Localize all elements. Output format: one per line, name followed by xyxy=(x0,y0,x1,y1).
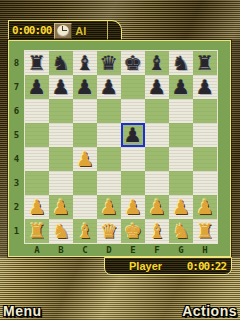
white-pawn: ♟ xyxy=(28,196,46,218)
square-b8[interactable]: ♞ xyxy=(49,51,73,75)
square-g4[interactable] xyxy=(169,147,193,171)
player-name: Player xyxy=(129,260,162,272)
square-b7[interactable]: ♟ xyxy=(49,75,73,99)
square-g5[interactable] xyxy=(169,123,193,147)
square-h8[interactable]: ♜ xyxy=(193,51,217,75)
black-pawn: ♟ xyxy=(196,76,214,98)
background-shade-left xyxy=(0,40,8,257)
black-queen: ♛ xyxy=(100,52,118,74)
white-knight: ♞ xyxy=(172,220,190,242)
rank-labels: 87654321 xyxy=(9,51,24,243)
board-frame: ♜♞♝♛♚♝♞♜♟♟♟♟♟♟♟♟♟♟♟♟♟♟♟♟♜♞♝♛♚♝♞♜ xyxy=(24,50,218,244)
chess-app-screen: 0:00:00 AI 87654321 ♜♞♝♛♚♝♞♜♟♟♟♟♟♟♟♟♟♟♟♟… xyxy=(0,0,240,320)
file-label-h: H xyxy=(193,244,217,256)
rank-label-6: 6 xyxy=(9,99,24,123)
white-king: ♚ xyxy=(124,220,142,242)
black-king: ♚ xyxy=(124,52,142,74)
square-g2[interactable]: ♟ xyxy=(169,195,193,219)
square-d1[interactable]: ♛ xyxy=(97,219,121,243)
rank-label-7: 7 xyxy=(9,75,24,99)
square-f7[interactable]: ♟ xyxy=(145,75,169,99)
white-bishop: ♝ xyxy=(76,220,94,242)
square-c1[interactable]: ♝ xyxy=(73,219,97,243)
square-a8[interactable]: ♜ xyxy=(25,51,49,75)
square-c4[interactable]: ♟ xyxy=(73,147,97,171)
square-f3[interactable] xyxy=(145,171,169,195)
square-e6[interactable] xyxy=(121,99,145,123)
white-bishop: ♝ xyxy=(148,220,166,242)
square-a4[interactable] xyxy=(25,147,49,171)
square-a5[interactable] xyxy=(25,123,49,147)
square-h3[interactable] xyxy=(193,171,217,195)
square-f4[interactable] xyxy=(145,147,169,171)
white-rook: ♜ xyxy=(196,220,214,242)
chess-board-panel: 87654321 ♜♞♝♛♚♝♞♜♟♟♟♟♟♟♟♟♟♟♟♟♟♟♟♟♜♞♝♛♚♝♞… xyxy=(8,40,231,257)
square-a1[interactable]: ♜ xyxy=(25,219,49,243)
file-label-a: A xyxy=(25,244,49,256)
square-h6[interactable] xyxy=(193,99,217,123)
white-pawn: ♟ xyxy=(52,196,70,218)
opponent-clock-tab: 0:00:00 AI xyxy=(8,20,122,40)
black-rook: ♜ xyxy=(28,52,46,74)
white-pawn: ♟ xyxy=(172,196,190,218)
opponent-name: AI xyxy=(75,25,86,37)
square-b3[interactable] xyxy=(49,171,73,195)
black-knight: ♞ xyxy=(172,52,190,74)
rank-label-5: 5 xyxy=(9,123,24,147)
rank-label-1: 1 xyxy=(9,219,24,243)
file-label-d: D xyxy=(97,244,121,256)
square-b6[interactable] xyxy=(49,99,73,123)
square-d7[interactable]: ♟ xyxy=(97,75,121,99)
white-pawn: ♟ xyxy=(100,196,118,218)
menu-softkey[interactable]: Menu xyxy=(3,303,42,319)
tab-divider xyxy=(107,21,108,40)
clock-face-icon xyxy=(57,25,69,37)
square-h5[interactable] xyxy=(193,123,217,147)
square-b5[interactable] xyxy=(49,123,73,147)
square-c2[interactable] xyxy=(73,195,97,219)
square-h1[interactable]: ♜ xyxy=(193,219,217,243)
square-b1[interactable]: ♞ xyxy=(49,219,73,243)
square-e8[interactable]: ♚ xyxy=(121,51,145,75)
black-pawn: ♟ xyxy=(76,76,94,98)
black-pawn: ♟ xyxy=(28,76,46,98)
rank-label-4: 4 xyxy=(9,147,24,171)
file-label-g: G xyxy=(169,244,193,256)
black-pawn: ♟ xyxy=(148,76,166,98)
square-e1[interactable]: ♚ xyxy=(121,219,145,243)
white-knight: ♞ xyxy=(52,220,70,242)
white-pawn: ♟ xyxy=(148,196,166,218)
square-c8[interactable]: ♝ xyxy=(73,51,97,75)
square-d6[interactable] xyxy=(97,99,121,123)
square-e2[interactable]: ♟ xyxy=(121,195,145,219)
square-c3[interactable] xyxy=(73,171,97,195)
square-d8[interactable]: ♛ xyxy=(97,51,121,75)
square-h4[interactable] xyxy=(193,147,217,171)
white-pawn: ♟ xyxy=(196,196,214,218)
square-g1[interactable]: ♞ xyxy=(169,219,193,243)
square-f5[interactable] xyxy=(145,123,169,147)
square-c7[interactable]: ♟ xyxy=(73,75,97,99)
opponent-clock: 0:00:00 xyxy=(12,24,51,37)
actions-softkey[interactable]: Actions xyxy=(182,303,237,319)
square-a7[interactable]: ♟ xyxy=(25,75,49,99)
square-g3[interactable] xyxy=(169,171,193,195)
black-pawn: ♟ xyxy=(124,124,142,146)
white-pawn: ♟ xyxy=(76,148,94,170)
file-label-b: B xyxy=(49,244,73,256)
square-e4[interactable] xyxy=(121,147,145,171)
square-a2[interactable]: ♟ xyxy=(25,195,49,219)
file-label-f: F xyxy=(145,244,169,256)
rank-label-2: 2 xyxy=(9,195,24,219)
file-labels: ABCDEFGH xyxy=(25,244,217,256)
square-c5[interactable] xyxy=(73,123,97,147)
square-b2[interactable]: ♟ xyxy=(49,195,73,219)
black-pawn: ♟ xyxy=(172,76,190,98)
square-c6[interactable] xyxy=(73,99,97,123)
black-knight: ♞ xyxy=(52,52,70,74)
black-rook: ♜ xyxy=(196,52,214,74)
black-bishop: ♝ xyxy=(76,52,94,74)
square-d5[interactable] xyxy=(97,123,121,147)
background-shade-right xyxy=(231,40,240,257)
player-clock: 0:00:22 xyxy=(187,260,226,273)
file-label-c: C xyxy=(73,244,97,256)
square-f6[interactable] xyxy=(145,99,169,123)
square-a3[interactable] xyxy=(25,171,49,195)
square-b4[interactable] xyxy=(49,147,73,171)
black-pawn: ♟ xyxy=(52,76,70,98)
square-e3[interactable] xyxy=(121,171,145,195)
player-clock-bar: Player 0:00:22 xyxy=(104,257,232,275)
white-queen: ♛ xyxy=(100,220,118,242)
square-d2[interactable]: ♟ xyxy=(97,195,121,219)
black-bishop: ♝ xyxy=(148,52,166,74)
square-a6[interactable] xyxy=(25,99,49,123)
square-g8[interactable]: ♞ xyxy=(169,51,193,75)
file-label-e: E xyxy=(121,244,145,256)
square-h2[interactable]: ♟ xyxy=(193,195,217,219)
clock-icon xyxy=(54,23,72,39)
square-d4[interactable] xyxy=(97,147,121,171)
square-f8[interactable]: ♝ xyxy=(145,51,169,75)
square-f2[interactable]: ♟ xyxy=(145,195,169,219)
square-d3[interactable] xyxy=(97,171,121,195)
chess-board: ♜♞♝♛♚♝♞♜♟♟♟♟♟♟♟♟♟♟♟♟♟♟♟♟♜♞♝♛♚♝♞♜ xyxy=(25,51,217,243)
square-f1[interactable]: ♝ xyxy=(145,219,169,243)
square-e5[interactable]: ♟ xyxy=(121,123,145,147)
square-g7[interactable]: ♟ xyxy=(169,75,193,99)
black-pawn: ♟ xyxy=(100,76,118,98)
white-pawn: ♟ xyxy=(124,196,142,218)
square-h7[interactable]: ♟ xyxy=(193,75,217,99)
rank-label-3: 3 xyxy=(9,171,24,195)
square-e7[interactable] xyxy=(121,75,145,99)
white-rook: ♜ xyxy=(28,220,46,242)
rank-label-8: 8 xyxy=(9,51,24,75)
square-g6[interactable] xyxy=(169,99,193,123)
